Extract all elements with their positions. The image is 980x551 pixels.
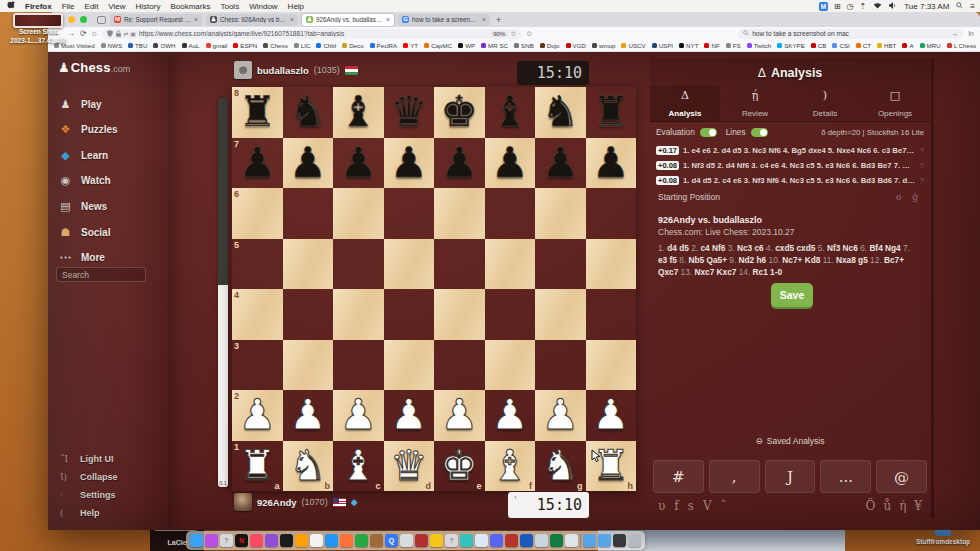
rank-label: 2 [234, 391, 239, 401]
firefox-view-icon[interactable] [97, 16, 106, 24]
dock-item-onedrive[interactable] [475, 534, 488, 547]
menu-item-tools[interactable]: Tools [220, 2, 239, 11]
move-number[interactable]: 11. [823, 255, 836, 265]
shield-icon[interactable] [107, 30, 113, 38]
search-bar[interactable]: how to take a screenshot on mac → [738, 29, 963, 39]
sidebar-footer-help[interactable]: (Help [60, 506, 100, 520]
lines-toggle[interactable] [751, 128, 768, 137]
square-b5[interactable] [283, 239, 334, 290]
move-san[interactable]: Nf6 [712, 243, 728, 253]
tab-close-icon[interactable]: × [290, 16, 294, 23]
square-h5[interactable] [586, 239, 637, 290]
square-f2[interactable]: ♟ [485, 390, 536, 441]
annotation-key-1[interactable]: # [653, 460, 704, 493]
white-knight-piece[interactable]: ♞ [289, 441, 327, 491]
control-center-icon[interactable]: ≡ [970, 2, 975, 11]
square-a3[interactable]: 3 [232, 340, 283, 391]
dock-item-minimized-window[interactable] [613, 534, 626, 547]
dock-item-notes[interactable] [370, 534, 383, 547]
move-number[interactable]: 9. [729, 255, 738, 265]
sidebar-search-input[interactable]: Search [56, 267, 146, 282]
white-knight-piece[interactable]: ♞ [541, 441, 579, 491]
white-pawn-piece[interactable]: ♟ [390, 390, 428, 440]
menu-item-history[interactable]: History [136, 2, 161, 11]
white-queen-piece[interactable]: ♛ [390, 441, 428, 491]
engine-info[interactable]: ṏ depth=20 | Stockfish 16 Lite [821, 128, 924, 137]
chesscom-logo[interactable]: ♟Chess.com [58, 60, 130, 75]
browser-tab-3[interactable]: ♟926Andy vs. budallaszlo | Analy× [302, 14, 394, 26]
white-pawn-piece[interactable]: ♟ [289, 390, 327, 440]
apple-menu-icon[interactable] [7, 1, 15, 12]
move-san[interactable]: cxd5 [796, 243, 817, 253]
sidebar-item-play[interactable]: ♟Play [58, 95, 102, 113]
square-f8[interactable]: ♝ [485, 87, 536, 138]
move-san[interactable]: d4 [667, 243, 679, 253]
square-h3[interactable] [586, 340, 637, 391]
line-moves[interactable]: 1. e4 e6 2. d4 d5 3. Nc3 Nf6 4. Bg5 dxe4… [683, 146, 916, 155]
square-f1[interactable]: f♝ [485, 441, 536, 492]
square-g4[interactable] [535, 289, 586, 340]
bookmark-wmup[interactable]: wmup [592, 42, 616, 49]
dock-item-facetime[interactable] [400, 534, 413, 547]
square-c1[interactable]: c♝ [333, 441, 384, 492]
panel-tab-openings[interactable]: □Openings [860, 86, 930, 122]
square-b1[interactable]: b♞ [283, 441, 334, 492]
square-e1[interactable]: e♚ [434, 441, 485, 492]
dock-item-app-store[interactable] [355, 534, 368, 547]
menubar-clock[interactable]: Tue 7:33 AM [904, 2, 949, 11]
move-number[interactable]: 10. [769, 255, 783, 265]
bookmark-tbu[interactable]: TBU [128, 42, 147, 49]
browser-tab-4[interactable]: Ghow to take a screenshot on m× [398, 14, 490, 26]
black-queen-piece[interactable]: ♛ [390, 87, 428, 137]
bookmark-csi[interactable]: CSI [832, 42, 849, 49]
white-pawn-piece[interactable]: ♟ [592, 390, 630, 440]
square-d2[interactable]: ♟ [384, 390, 435, 441]
annotation-key-5[interactable]: @ [876, 460, 927, 493]
move-san[interactable]: f5 [670, 255, 680, 265]
annotation-glyph[interactable]: V [703, 499, 712, 513]
dock-item-unknown-app[interactable]: ? [220, 534, 233, 547]
bookmark-capmc[interactable]: CapMC [424, 42, 452, 49]
square-g3[interactable] [535, 340, 586, 391]
move-san[interactable]: c4 [700, 243, 712, 253]
square-g2[interactable]: ♟ [535, 390, 586, 441]
bookmark-nws[interactable]: NWS [101, 42, 122, 49]
square-c4[interactable] [333, 289, 384, 340]
dock-item-apple-tv[interactable] [280, 534, 293, 547]
evaluation-toggle[interactable] [700, 128, 717, 137]
move-number[interactable]: 13. [681, 267, 695, 277]
keyboard-icon[interactable]: ⇡ [860, 2, 867, 11]
annotation-glyph[interactable]: ů [883, 499, 891, 513]
black-pawn-piece[interactable]: ♟ [592, 138, 630, 188]
annotation-glyph[interactable]: ˆ [721, 499, 727, 513]
bookmark-a[interactable]: A [902, 42, 913, 49]
tab-favicon: ♟ [306, 16, 313, 23]
bookmark-chess[interactable]: Chess [263, 42, 288, 49]
square-f6[interactable] [485, 188, 536, 239]
tab-close-icon[interactable]: × [482, 16, 486, 23]
square-c5[interactable] [333, 239, 384, 290]
square-a7[interactable]: 7♟ [232, 138, 283, 189]
bookmark-fs[interactable]: FS [726, 42, 741, 49]
sidebar-item-puzzles[interactable]: ❖Puzzles [58, 121, 118, 139]
move-san[interactable]: Nf3 [827, 243, 843, 253]
sidebar-item-news[interactable]: ▤News [58, 197, 107, 215]
volume-icon[interactable] [889, 2, 897, 11]
dock-item-discord[interactable] [490, 534, 503, 547]
black-pawn-piece[interactable]: ♟ [339, 138, 377, 188]
bookmark-snb[interactable]: SNB [514, 42, 534, 49]
square-h8[interactable]: ♜ [586, 87, 637, 138]
menu-app-name[interactable]: Firefox [25, 2, 52, 11]
annotation-glyph[interactable]: ή [899, 499, 906, 513]
url-bar[interactable]: ⇄ ▣ https://www.chess.com/analysis/game/… [102, 29, 522, 39]
dock-item-apple-music[interactable] [250, 534, 263, 547]
annotation-glyph[interactable]: Ö [866, 499, 876, 513]
square-h4[interactable] [586, 289, 637, 340]
dock-item-word[interactable] [520, 534, 533, 547]
menu-item-edit[interactable]: Edit [85, 2, 99, 11]
browser-tab-2[interactable]: ♟Chess: 926Andy vs budallaszlo× [206, 14, 298, 26]
square-d8[interactable]: ♛ [384, 87, 435, 138]
square-e2[interactable]: ♟ [434, 390, 485, 441]
move-san[interactable]: e3 [658, 255, 670, 265]
black-rook-piece[interactable]: ♜ [592, 87, 630, 137]
move-san[interactable]: Bc7+ [884, 255, 904, 265]
move-number[interactable]: 5. [818, 243, 827, 253]
bookmark-deco[interactable]: Deco [342, 42, 363, 49]
square-b3[interactable] [283, 340, 334, 391]
move-number[interactable]: 3. [728, 243, 737, 253]
bookmark-peclra[interactable]: PeclRA [370, 42, 398, 49]
move-san[interactable]: Rc1 [753, 267, 771, 277]
dock-item-folder-downloads[interactable] [583, 534, 596, 547]
square-f7[interactable]: ♟ [485, 138, 536, 189]
square-e4[interactable] [434, 289, 485, 340]
panel-tab-review[interactable]: ῄReview [720, 86, 790, 122]
square-a2[interactable]: 2♟ [232, 390, 283, 441]
bookmark-l-chess[interactable]: L Chess [947, 42, 976, 49]
menu-item-help[interactable]: Help [288, 2, 304, 11]
bookmark-ct[interactable]: CT [856, 42, 871, 49]
saved-analysis-row[interactable]: ⊖Saved Analysis [650, 436, 930, 446]
sidebar-item-more[interactable]: •••More [58, 249, 105, 267]
square-g8[interactable]: ♞ [535, 87, 586, 138]
bookmark-gmail[interactable]: gmail [206, 42, 228, 49]
move-san[interactable]: d5 [679, 243, 691, 253]
square-g6[interactable] [535, 188, 586, 239]
tab-close-icon[interactable]: × [386, 16, 390, 23]
square-f3[interactable] [485, 340, 536, 391]
dock-item-podcasts[interactable] [265, 534, 278, 547]
dock-item-qr-app[interactable] [415, 534, 428, 547]
saved-analysis-label: Saved Analysis [767, 436, 825, 446]
new-tab-button[interactable]: + [496, 15, 501, 25]
search-value[interactable]: how to take a screenshot on mac [752, 30, 948, 37]
engine-line-1[interactable]: +0.171. e4 e6 2. d4 d5 3. Nc3 Nf6 4. Bg5… [656, 143, 924, 158]
square-c2[interactable]: ♟ [333, 390, 384, 441]
square-c7[interactable]: ♟ [333, 138, 384, 189]
bookmark-vgd[interactable]: VGD [566, 42, 586, 49]
sidebar-item-social[interactable]: ☗Social [58, 223, 110, 241]
square-b2[interactable]: ♟ [283, 390, 334, 441]
black-pawn-piece[interactable]: ♟ [541, 138, 579, 188]
panel-scrollbar[interactable] [931, 58, 934, 518]
square-b7[interactable]: ♟ [283, 138, 334, 189]
square-b6[interactable] [283, 188, 334, 239]
move-san[interactable]: Nd2 [739, 255, 757, 265]
white-bishop-piece[interactable]: ♝ [339, 441, 377, 491]
bookmark-favicon [877, 43, 882, 48]
annotation-key-3[interactable]: J [765, 460, 816, 493]
square-d4[interactable] [384, 289, 435, 340]
move-san[interactable]: Nxa8 [836, 255, 858, 265]
white-king-piece[interactable]: ♚ [440, 441, 478, 491]
move-san[interactable]: Kd8 [805, 255, 823, 265]
square-a5[interactable]: 5 [232, 239, 283, 290]
bookmark-nyt[interactable]: NYT [679, 42, 698, 49]
sidebar-item-watch[interactable]: ◉Watch [58, 172, 111, 190]
starting-position-row[interactable]: Starting Position o ġ [658, 192, 922, 202]
sidebar-footer-collapse[interactable]: Ɩ)Collapse [60, 470, 118, 484]
dock-item-folder-documents[interactable] [598, 534, 611, 547]
pocket-icon[interactable]: ⊙ [527, 30, 533, 38]
white-bishop-piece[interactable]: ♝ [491, 441, 529, 491]
dock-item-excel[interactable] [550, 534, 563, 547]
panel-tab-details[interactable]: )Details [790, 86, 860, 122]
move-san[interactable]: Qa5+ [706, 255, 729, 265]
bookmark-twitch[interactable]: Twitch [747, 42, 772, 49]
top-player-avatar[interactable]: ☻ [234, 61, 252, 79]
square-c3[interactable] [333, 340, 384, 391]
tab-bar: MRe: Support Request | Technica×♟Chess: … [48, 12, 980, 27]
square-g5[interactable] [535, 239, 586, 290]
black-pawn-piece[interactable]: ♟ [238, 138, 276, 188]
menu-item-bookmarks[interactable]: Bookmarks [170, 2, 210, 11]
game-move-list[interactable]: 1. d4 d5 2. c4 Nf6 3. Nc3 c6 4. cxd5 cxd… [658, 242, 920, 278]
dock-item-safari[interactable] [325, 534, 338, 547]
display-icon[interactable]: ⊞ [834, 2, 841, 11]
black-pawn-piece[interactable]: ♟ [289, 138, 327, 188]
line-moves[interactable]: 1. d4 d5 2. c4 e6 3. Nf3 Nf6 4. Nc3 c5 5… [683, 176, 916, 185]
wifi-icon[interactable] [873, 2, 882, 11]
bookmark-uspi[interactable]: USPI [652, 42, 673, 49]
square-e8[interactable]: ♚ [434, 87, 485, 138]
annotation-glyph[interactable]: υ [658, 499, 665, 513]
move-number[interactable]: 14. [739, 267, 753, 277]
move-san[interactable]: Kxc7 [717, 267, 739, 277]
save-button[interactable]: Save [771, 283, 813, 307]
url-text[interactable]: https://www.chess.com/analysis/game/live… [139, 30, 488, 37]
move-number[interactable]: 6. [860, 243, 869, 253]
move-san[interactable]: Nc3 [737, 243, 755, 253]
clock-icon[interactable]: ◷ [847, 2, 854, 11]
dock-item-books[interactable] [295, 534, 308, 547]
square-f4[interactable] [485, 289, 536, 340]
navigation-bar: ←→⟳⌂ ⇄ ▣ https://www.chess.com/analysis/… [48, 27, 980, 40]
dock-item-siri[interactable] [205, 534, 218, 547]
black-knight-piece[interactable]: ♞ [541, 87, 579, 137]
chess-board[interactable]: 8♜♞♝♛♚♝♞♜7♟♟♟♟♟♟♟♟65432♟♟♟♟♟♟♟♟1a♜b♞c♝d♛… [232, 87, 636, 491]
square-d7[interactable]: ♟ [384, 138, 435, 189]
white-rook-piece[interactable]: ♜ [238, 441, 276, 491]
square-b4[interactable] [283, 289, 334, 340]
annotation-key-2[interactable]: , [709, 460, 760, 493]
square-e7[interactable]: ♟ [434, 138, 485, 189]
square-e6[interactable] [434, 188, 485, 239]
white-pawn-piece[interactable]: ♟ [440, 390, 478, 440]
white-pawn-piece[interactable]: ♟ [541, 390, 579, 440]
bookmark-uscv[interactable]: USCV [621, 42, 645, 49]
black-pawn-piece[interactable]: ♟ [440, 138, 478, 188]
engine-line-2[interactable]: +0.081. Nf3 d5 2. d4 Nf6 3. c4 e6 4. Nc3… [656, 158, 924, 173]
menu-item-window[interactable]: Window [249, 2, 277, 11]
bookmark-cb[interactable]: CB [811, 42, 827, 49]
move-san[interactable]: Qxc7 [658, 267, 681, 277]
dock-item-edge[interactable] [460, 534, 473, 547]
bookmark-mru[interactable]: MRU [920, 42, 941, 49]
zoom-level-chip[interactable]: 90% [491, 31, 507, 37]
browser-tab-1[interactable]: MRe: Support Request | Technica× [110, 14, 202, 26]
move-san[interactable]: Nb5 [688, 255, 706, 265]
move-number[interactable]: 4. [766, 243, 775, 253]
bookmark-skype[interactable]: SKYPE [777, 42, 805, 49]
bottom-player-name[interactable]: 926Andy [257, 497, 297, 508]
move-san[interactable]: Nxc7 [694, 267, 716, 277]
dock-item-camera-app[interactable] [505, 534, 518, 547]
lock-icon[interactable] [116, 30, 121, 38]
annotation-key-4[interactable]: ... [820, 460, 871, 493]
square-a1[interactable]: 1a♜ [232, 441, 283, 492]
bookmark-nf[interactable]: NF [704, 42, 719, 49]
dock-item-photos[interactable] [310, 534, 323, 547]
dock-item-netflix[interactable]: N [235, 534, 248, 547]
square-a8[interactable]: 8♜ [232, 87, 283, 138]
white-pawn-piece[interactable]: ♟ [339, 390, 377, 440]
move-number[interactable]: 12. [870, 255, 884, 265]
bookmark-lic[interactable]: LIC [294, 42, 311, 49]
square-c8[interactable]: ♝ [333, 87, 384, 138]
dock-item-quicktime[interactable]: Q [385, 534, 398, 547]
move-san[interactable]: Ng4 [885, 243, 903, 253]
sidebar-item-label: News [81, 201, 107, 212]
tab-close-icon[interactable]: × [194, 16, 198, 23]
square-e5[interactable] [434, 239, 485, 290]
square-e3[interactable] [434, 340, 485, 391]
square-b8[interactable]: ♞ [283, 87, 334, 138]
bookmark-dojo[interactable]: Dojo [540, 42, 560, 49]
bookmark-star-icon[interactable]: ☆ [510, 30, 516, 38]
starting-position-icons[interactable]: o ġ [896, 192, 922, 202]
permission-icons[interactable]: ⇄ ▣ [124, 30, 136, 37]
square-c6[interactable] [333, 188, 384, 239]
bookmark-hbt[interactable]: HBT [877, 42, 896, 49]
square-d6[interactable] [384, 188, 435, 239]
dock-item-flash-app[interactable] [430, 534, 443, 547]
black-king-piece[interactable]: ♚ [440, 87, 478, 137]
black-pawn-piece[interactable]: ♟ [390, 138, 428, 188]
square-h6[interactable] [586, 188, 637, 239]
square-a4[interactable]: 4 [232, 289, 283, 340]
bookmark-espn[interactable]: ESPN [233, 42, 257, 49]
reload-button[interactable]: ⟳ [80, 29, 87, 38]
square-f5[interactable] [485, 239, 536, 290]
black-pawn-piece[interactable]: ♟ [491, 138, 529, 188]
menu-item-view[interactable]: View [108, 2, 125, 11]
dock-item-firefox[interactable] [340, 534, 353, 547]
move-san[interactable]: Nc7+ [782, 255, 804, 265]
bookmark-wp[interactable]: WP [458, 42, 475, 49]
annotation-glyph[interactable]: ¥ [914, 499, 922, 513]
dock-item-mail-stamp[interactable] [565, 534, 578, 547]
sidebar-footer-light-ui[interactable]: ˝ILight UI [60, 452, 114, 466]
square-d5[interactable] [384, 239, 435, 290]
black-rook-piece[interactable]: ♜ [238, 87, 276, 137]
line-moves[interactable]: 1. Nf3 d5 2. d4 Nf6 3. c4 e6 4. Nc3 c5 5… [683, 161, 916, 170]
import-label[interactable]: In [968, 30, 974, 37]
dock-item-trash[interactable] [628, 534, 641, 547]
dock-item-unknown-app-2[interactable]: ? [445, 534, 458, 547]
square-a6[interactable]: 6 [232, 188, 283, 239]
sidebar-item-learn[interactable]: ◆Learn [58, 146, 108, 164]
square-d1[interactable]: d♛ [384, 441, 435, 492]
move-san[interactable]: Bf4 [869, 243, 885, 253]
messages-badge[interactable]: M [819, 2, 828, 11]
move-san[interactable]: 1-0 [770, 267, 782, 277]
black-knight-piece[interactable]: ♞ [289, 87, 327, 137]
square-h7[interactable]: ♟ [586, 138, 637, 189]
zoom-window-button[interactable] [80, 16, 87, 23]
white-pawn-piece[interactable]: ♟ [491, 390, 529, 440]
annotation-glyph[interactable]: s [688, 499, 694, 513]
move-san[interactable]: c6 [754, 243, 766, 253]
bookmark-chbl[interactable]: Chbl [316, 42, 336, 49]
bookmark-owh[interactable]: OWH [153, 42, 175, 49]
square-d3[interactable] [384, 340, 435, 391]
bottom-player-avatar[interactable] [234, 493, 252, 511]
bookmark-yt[interactable]: YT [403, 42, 418, 49]
panel-tab-analysis[interactable]: ΔAnalysis [650, 86, 720, 122]
square-h2[interactable]: ♟ [586, 390, 637, 441]
move-san[interactable]: h6 [757, 255, 769, 265]
home-button[interactable]: ⌂ [92, 29, 97, 38]
engine-line-3[interactable]: +0.081. d4 d5 2. c4 e6 3. Nf3 Nf6 4. Nc3… [656, 173, 924, 188]
square-g7[interactable]: ♟ [535, 138, 586, 189]
move-san[interactable]: Nc6 [843, 243, 861, 253]
move-number[interactable]: 1. [658, 243, 667, 253]
move-san[interactable]: g5 [858, 255, 870, 265]
menu-item-file[interactable]: File [62, 2, 75, 11]
screenshot-desktop-icon[interactable]: Screen Shot 2023-1....37.41 AM [2, 13, 74, 46]
top-player-name[interactable]: budallaszlo [257, 65, 309, 76]
annotation-glyph[interactable]: f [674, 499, 678, 513]
dock-item-preview[interactable] [535, 534, 548, 547]
bookmark-mr-sc[interactable]: MR SC [481, 42, 508, 49]
dock-item-finder[interactable] [190, 534, 203, 547]
square-g1[interactable]: g♞ [535, 441, 586, 492]
move-san[interactable]: cxd5 [775, 243, 796, 253]
search-go-icon[interactable]: → [952, 30, 959, 37]
black-bishop-piece[interactable]: ♝ [491, 87, 529, 137]
bookmark-aol[interactable]: AoL [182, 42, 200, 49]
move-number[interactable]: 7. [903, 243, 910, 253]
black-bishop-piece[interactable]: ♝ [339, 87, 377, 137]
white-pawn-piece[interactable]: ♟ [238, 390, 276, 440]
spotlight-icon[interactable] [956, 2, 963, 11]
sidebar-footer-settings[interactable]: ·Settings [60, 488, 116, 502]
